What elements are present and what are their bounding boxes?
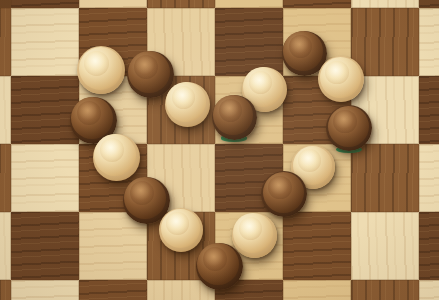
pawn-light (77, 46, 125, 94)
pawn-dark (196, 243, 243, 290)
pawn-dome (263, 172, 304, 213)
pawn-dark (261, 171, 307, 217)
chessboard-photo (0, 0, 439, 300)
pawn-light (318, 56, 364, 102)
pawn-dome (79, 47, 122, 90)
pawn-dome (320, 57, 361, 98)
pawns-layer (0, 0, 439, 300)
pawn-dome (328, 106, 369, 147)
pawn-light (93, 134, 140, 181)
pawn-light (165, 82, 210, 127)
pawn-dome (161, 209, 200, 248)
pawn-dark (212, 95, 257, 140)
